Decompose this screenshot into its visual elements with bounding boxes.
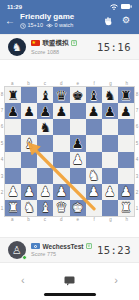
coord-label: 3 bbox=[135, 174, 139, 179]
piece-black-bishop[interactable]: ♝ bbox=[88, 89, 100, 102]
square-a2[interactable]: ♟ bbox=[5, 184, 21, 200]
square-c1[interactable]: ♝ bbox=[37, 200, 53, 216]
coord-label: g bbox=[102, 217, 118, 222]
wifi-icon bbox=[110, 4, 118, 10]
square-e2[interactable] bbox=[70, 184, 86, 200]
square-c2[interactable]: ♟ bbox=[37, 184, 53, 200]
square-b5[interactable]: ♝ bbox=[21, 135, 37, 151]
square-f4[interactable] bbox=[86, 152, 102, 168]
square-g8[interactable]: ♞ bbox=[102, 87, 118, 103]
piece-black-pawn[interactable]: ♟ bbox=[56, 105, 68, 118]
square-b2[interactable]: ♟ bbox=[21, 184, 37, 200]
verified-badge: V bbox=[71, 40, 77, 46]
app-header: 11:29 ← Friendly game bbox=[0, 0, 139, 34]
square-g2[interactable]: ♟ bbox=[102, 184, 118, 200]
coord-label: 4 bbox=[135, 157, 139, 162]
piece-white-bishop[interactable]: ♝ bbox=[23, 137, 35, 150]
square-d3[interactable] bbox=[53, 168, 69, 184]
square-h3[interactable] bbox=[118, 168, 134, 184]
square-b1[interactable]: ♞ bbox=[21, 200, 37, 216]
status-bar: 11:29 bbox=[0, 2, 139, 11]
file-labels-bottom: abcdefgh bbox=[4, 217, 135, 222]
chat-button[interactable] bbox=[64, 276, 75, 286]
coord-label: d bbox=[53, 217, 69, 222]
square-f6[interactable] bbox=[86, 119, 102, 135]
square-d8[interactable]: ♛ bbox=[53, 87, 69, 103]
square-e4[interactable]: ♟ bbox=[70, 152, 86, 168]
square-e5[interactable]: ♟ bbox=[70, 135, 86, 151]
coord-label: a bbox=[4, 217, 20, 222]
piece-black-rook[interactable]: ♜ bbox=[120, 89, 132, 102]
blue-flag-icon bbox=[31, 243, 40, 249]
piece-black-knight[interactable]: ♞ bbox=[104, 89, 116, 102]
square-d1[interactable]: ♛ bbox=[53, 200, 69, 216]
piece-white-knight[interactable]: ♞ bbox=[23, 201, 35, 214]
clock-icon bbox=[20, 23, 26, 29]
coord-label: 7 bbox=[135, 108, 139, 113]
square-b8[interactable] bbox=[21, 87, 37, 103]
square-b4[interactable] bbox=[21, 152, 37, 168]
square-g7[interactable]: ♟ bbox=[102, 103, 118, 119]
square-h7[interactable]: ♟ bbox=[118, 103, 134, 119]
square-e8[interactable]: ♚ bbox=[70, 87, 86, 103]
square-f7[interactable]: ♟ bbox=[86, 103, 102, 119]
square-c8[interactable]: ♝ bbox=[37, 87, 53, 103]
coord-label: 1 bbox=[135, 206, 139, 211]
piece-white-queen[interactable]: ♛ bbox=[56, 201, 68, 214]
piece-black-bishop[interactable]: ♝ bbox=[39, 89, 51, 102]
player-top-avatar: ♞ bbox=[8, 38, 26, 56]
coord-label: e bbox=[70, 217, 86, 222]
piece-black-king[interactable]: ♚ bbox=[72, 89, 84, 102]
coord-label: c bbox=[37, 217, 53, 222]
square-c4[interactable] bbox=[37, 152, 53, 168]
piece-black-queen[interactable]: ♛ bbox=[56, 89, 68, 102]
verified-badge: V bbox=[86, 243, 92, 249]
piece-white-pawn[interactable]: ♟ bbox=[104, 185, 116, 198]
prev-move-button[interactable]: ‹ bbox=[21, 275, 25, 286]
square-h5[interactable] bbox=[118, 135, 134, 151]
settings-button[interactable]: ⚙ bbox=[122, 16, 130, 25]
player-bottom-avatar: ♙ bbox=[8, 241, 26, 259]
watch-count: 0 watch bbox=[54, 22, 73, 29]
square-f3[interactable]: ♞ bbox=[86, 168, 102, 184]
online-status-dot bbox=[22, 255, 27, 260]
square-c7[interactable]: ♟ bbox=[37, 103, 53, 119]
square-g4[interactable] bbox=[102, 152, 118, 168]
piece-white-pawn[interactable]: ♟ bbox=[23, 185, 35, 198]
square-h2[interactable]: ♟ bbox=[118, 184, 134, 200]
player-top-name: 联盟模拟 bbox=[43, 39, 69, 48]
battery-icon bbox=[121, 4, 132, 9]
hand-button[interactable] bbox=[104, 16, 113, 26]
piece-black-pawn[interactable]: ♟ bbox=[72, 137, 84, 150]
square-b3[interactable] bbox=[21, 168, 37, 184]
square-c6[interactable]: ♞ bbox=[37, 119, 53, 135]
status-time: 11:29 bbox=[7, 4, 22, 10]
square-c5[interactable] bbox=[37, 135, 53, 151]
piece-white-rook[interactable]: ♜ bbox=[7, 201, 19, 214]
square-f2[interactable]: ♟ bbox=[86, 184, 102, 200]
square-g3[interactable] bbox=[102, 168, 118, 184]
player-bottom-score: Score 775 bbox=[31, 251, 92, 257]
piece-black-pawn[interactable]: ♟ bbox=[120, 105, 132, 118]
square-h8[interactable]: ♜ bbox=[118, 87, 134, 103]
square-h1[interactable]: ♜ bbox=[118, 200, 134, 216]
square-d6[interactable] bbox=[53, 119, 69, 135]
square-a8[interactable]: ♜ bbox=[5, 87, 21, 103]
square-f5[interactable] bbox=[86, 135, 102, 151]
square-e6[interactable] bbox=[70, 119, 86, 135]
square-a6[interactable] bbox=[5, 119, 21, 135]
square-g5[interactable] bbox=[102, 135, 118, 151]
back-button[interactable]: ← bbox=[5, 16, 15, 26]
player-bottom-bar[interactable]: ♙ WechessTest V Score 775 15:23 bbox=[0, 237, 139, 263]
player-top-clock: 15:16 bbox=[97, 41, 131, 53]
square-e1[interactable]: ♚ bbox=[70, 200, 86, 216]
coord-label: 8 bbox=[135, 92, 139, 97]
next-move-button[interactable]: › bbox=[114, 275, 118, 286]
rank-labels-right: 87654321 bbox=[135, 86, 139, 217]
square-d7[interactable]: ♟ bbox=[53, 103, 69, 119]
piece-white-rook[interactable]: ♜ bbox=[120, 201, 132, 214]
bottom-toolbar: ‹ › bbox=[0, 275, 139, 286]
coord-label: 6 bbox=[135, 124, 139, 129]
square-a4[interactable] bbox=[5, 152, 21, 168]
piece-black-knight[interactable]: ♞ bbox=[39, 121, 51, 134]
coord-label: b bbox=[20, 217, 36, 222]
coord-label: 2 bbox=[135, 190, 139, 195]
square-e7[interactable] bbox=[70, 103, 86, 119]
square-a3[interactable] bbox=[5, 168, 21, 184]
square-h4[interactable] bbox=[118, 152, 134, 168]
piece-black-rook[interactable]: ♜ bbox=[7, 89, 19, 102]
eye-icon bbox=[46, 23, 53, 28]
piece-white-pawn[interactable]: ♟ bbox=[120, 185, 132, 198]
player-bottom-name: WechessTest bbox=[43, 243, 84, 250]
square-a5[interactable] bbox=[5, 135, 21, 151]
square-f8[interactable]: ♝ bbox=[86, 87, 102, 103]
china-flag-icon: ★ bbox=[31, 40, 40, 46]
piece-white-knight[interactable]: ♞ bbox=[88, 169, 100, 182]
square-f1[interactable] bbox=[86, 200, 102, 216]
home-indicator bbox=[44, 293, 96, 297]
time-control: 15+10 bbox=[28, 22, 43, 29]
piece-white-king[interactable]: ♚ bbox=[72, 201, 84, 214]
player-top-bar[interactable]: ♞ ★ 联盟模拟 V Score 1088 15:16 bbox=[0, 34, 139, 60]
coord-label: f bbox=[86, 217, 102, 222]
piece-black-pawn[interactable]: ♟ bbox=[7, 105, 19, 118]
board-area: abcdefgh 87654321 ♜♝♛♚♝♞♜♟♟♟♟♟♟♟♞♝♟♟♞♟♟♟… bbox=[0, 81, 139, 222]
square-a1[interactable]: ♜ bbox=[5, 200, 21, 216]
square-d4[interactable] bbox=[53, 152, 69, 168]
piece-black-pawn[interactable]: ♟ bbox=[39, 105, 51, 118]
square-a7[interactable]: ♟ bbox=[5, 103, 21, 119]
player-top-score: Score 1088 bbox=[31, 49, 77, 55]
piece-black-pawn[interactable]: ♟ bbox=[104, 105, 116, 118]
square-c3[interactable] bbox=[37, 168, 53, 184]
piece-black-pawn[interactable]: ♟ bbox=[23, 105, 35, 118]
square-b6[interactable] bbox=[21, 119, 37, 135]
square-g1[interactable] bbox=[102, 200, 118, 216]
piece-black-pawn[interactable]: ♟ bbox=[88, 105, 100, 118]
player-bottom-clock: 15:23 bbox=[97, 244, 131, 256]
coord-label: h bbox=[119, 217, 135, 222]
piece-white-pawn[interactable]: ♟ bbox=[39, 185, 51, 198]
piece-white-pawn[interactable]: ♟ bbox=[56, 185, 68, 198]
square-d2[interactable]: ♟ bbox=[53, 184, 69, 200]
coord-label: 5 bbox=[135, 141, 139, 146]
piece-white-pawn[interactable]: ♟ bbox=[88, 185, 100, 198]
piece-white-pawn[interactable]: ♟ bbox=[72, 153, 84, 166]
piece-white-bishop[interactable]: ♝ bbox=[39, 201, 51, 214]
square-g6[interactable] bbox=[102, 119, 118, 135]
square-b7[interactable]: ♟ bbox=[21, 103, 37, 119]
square-e3[interactable] bbox=[70, 168, 86, 184]
page-title: Friendly game bbox=[20, 12, 74, 22]
square-h6[interactable] bbox=[118, 119, 134, 135]
square-d5[interactable] bbox=[53, 135, 69, 151]
board[interactable]: ♜♝♛♚♝♞♜♟♟♟♟♟♟♟♞♝♟♟♞♟♟♟♟♟♟♟♜♞♝♛♚♜ bbox=[4, 86, 135, 217]
piece-white-pawn[interactable]: ♟ bbox=[7, 185, 19, 198]
